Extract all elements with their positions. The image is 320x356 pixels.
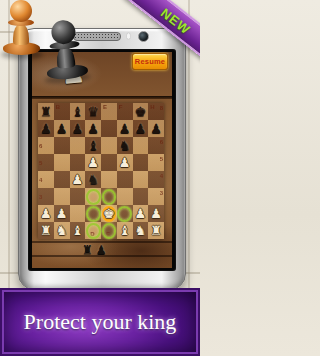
square-h4[interactable]: 4 — [148, 171, 164, 188]
black-rook: ♜ — [38, 103, 54, 120]
square-f7[interactable]: ♟ — [117, 120, 133, 137]
square-g2[interactable]: ♟ — [133, 205, 149, 222]
square-d5[interactable]: ♟ — [85, 154, 101, 171]
square-h7[interactable]: ♟ — [148, 120, 164, 137]
black-bishop: ♝ — [85, 137, 101, 154]
square-e6[interactable] — [101, 137, 117, 154]
square-d3[interactable] — [85, 188, 101, 205]
square-d2[interactable] — [85, 205, 101, 222]
square-h5[interactable]: 5 — [148, 154, 164, 171]
square-d7[interactable]: ♟ — [85, 120, 101, 137]
black-king: ♚ — [133, 103, 149, 120]
square-g1[interactable]: ♞ — [133, 222, 149, 239]
square-a4[interactable]: 4 — [38, 171, 54, 188]
square-b4[interactable] — [54, 171, 70, 188]
square-g6[interactable] — [133, 137, 149, 154]
square-a7[interactable]: ♟ — [38, 120, 54, 137]
black-pawn: ♟ — [54, 120, 70, 137]
square-b1[interactable]: ♞ — [54, 222, 70, 239]
coord-label: E — [106, 231, 110, 237]
black-knight: ♞ — [117, 137, 133, 154]
caption-text: Protect your king — [24, 309, 177, 335]
front-camera — [138, 31, 149, 42]
white-pawn: ♟ — [117, 154, 133, 171]
square-e3[interactable] — [101, 188, 117, 205]
square-e4[interactable] — [101, 171, 117, 188]
coord-label: H — [150, 104, 154, 110]
pawn-head — [10, 0, 32, 22]
coord-label: D — [90, 231, 94, 237]
white-pawn: ♟ — [38, 205, 54, 222]
captured-tray: ♜♟ — [82, 242, 107, 258]
square-a6[interactable]: 6 — [38, 137, 54, 154]
coord-label: 5 — [160, 156, 163, 162]
coord-label: 4 — [39, 177, 42, 183]
pawn-body — [13, 24, 29, 45]
square-g3[interactable] — [133, 188, 149, 205]
square-f3[interactable] — [117, 188, 133, 205]
square-e5[interactable] — [101, 154, 117, 171]
white-king: ♚ — [101, 205, 117, 222]
square-f6[interactable]: ♞ — [117, 137, 133, 154]
coord-label: 6 — [39, 143, 42, 149]
caption-banner: Protect your king — [0, 288, 200, 356]
white-rook: ♜ — [148, 222, 164, 239]
square-c6[interactable] — [70, 137, 86, 154]
black-knight: ♞ — [85, 171, 101, 188]
white-knight: ♞ — [54, 222, 70, 239]
black-bishop: ♝ — [70, 103, 86, 120]
square-g8[interactable]: ♚ — [133, 103, 149, 120]
white-pawn: ♟ — [133, 205, 149, 222]
square-g5[interactable] — [133, 154, 149, 171]
chess-board: ♜B♝♛EF♚H8♟♟♟♟♟♟♟6♝♞65♟♟54♟♞433♟♟♚♟♟♜♞♝DE… — [38, 103, 164, 239]
square-h6[interactable]: 6 — [148, 137, 164, 154]
square-a3[interactable]: 3 — [38, 188, 54, 205]
square-b8[interactable]: B — [54, 103, 70, 120]
square-c8[interactable]: ♝ — [70, 103, 86, 120]
square-b6[interactable] — [54, 137, 70, 154]
square-e7[interactable] — [101, 120, 117, 137]
black-pawn: ♟ — [85, 120, 101, 137]
square-c3[interactable] — [70, 188, 86, 205]
app-screen: ♟ Resume ♜B♝♛EF♚H8♟♟♟♟♟♟♟6♝♞65♟♟54♟♞433♟… — [32, 52, 172, 268]
square-g7[interactable]: ♟ — [133, 120, 149, 137]
white-bishop: ♝ — [70, 222, 86, 239]
coord-label: E — [103, 104, 107, 110]
square-f4[interactable] — [117, 171, 133, 188]
square-h1[interactable]: ♜ — [148, 222, 164, 239]
coord-label: B — [56, 104, 60, 110]
black-pawn: ♟ — [148, 120, 164, 137]
square-d1[interactable]: D — [85, 222, 101, 239]
white-bishop: ♝ — [117, 222, 133, 239]
captured-black-pawn: ♟ — [96, 242, 107, 258]
square-b2[interactable]: ♟ — [54, 205, 70, 222]
white-pawn: ♟ — [54, 205, 70, 222]
coord-label: 5 — [39, 160, 42, 166]
square-a1[interactable]: ♜ — [38, 222, 54, 239]
captured-black-rook: ♜ — [82, 242, 93, 258]
notification-led — [127, 33, 130, 39]
coord-label: 6 — [160, 139, 163, 145]
square-e1[interactable]: E — [101, 222, 117, 239]
square-a8[interactable]: ♜ — [38, 103, 54, 120]
decor-pawn-orange — [1, 0, 43, 58]
square-e8[interactable]: E — [101, 103, 117, 120]
black-pawn: ♟ — [133, 120, 149, 137]
black-pawn: ♟ — [117, 120, 133, 137]
coord-label: 3 — [39, 194, 42, 200]
wood-divider — [32, 96, 172, 99]
square-b7[interactable]: ♟ — [54, 120, 70, 137]
square-c5[interactable] — [70, 154, 86, 171]
square-f2[interactable] — [117, 205, 133, 222]
square-f1[interactable]: ♝ — [117, 222, 133, 239]
white-knight: ♞ — [133, 222, 149, 239]
square-a5[interactable]: 5 — [38, 154, 54, 171]
square-g4[interactable] — [133, 171, 149, 188]
black-queen: ♛ — [85, 103, 101, 120]
square-d4[interactable]: ♞ — [85, 171, 101, 188]
black-pawn: ♟ — [70, 120, 86, 137]
white-rook: ♜ — [38, 222, 54, 239]
square-d8[interactable]: ♛ — [85, 103, 101, 120]
square-c1[interactable]: ♝ — [70, 222, 86, 239]
white-pawn: ♟ — [70, 171, 86, 188]
pawn-body — [56, 46, 76, 68]
square-c4[interactable]: ♟ — [70, 171, 86, 188]
black-pawn: ♟ — [38, 120, 54, 137]
square-d6[interactable]: ♝ — [85, 137, 101, 154]
square-c2[interactable] — [70, 205, 86, 222]
coord-label: 4 — [160, 173, 163, 179]
square-f8[interactable]: F — [117, 103, 133, 120]
coord-label: F — [119, 104, 123, 110]
square-a2[interactable]: ♟ — [38, 205, 54, 222]
coord-label: 8 — [160, 105, 163, 111]
coord-label: 3 — [160, 190, 163, 196]
decor-pawn-black — [39, 18, 92, 82]
white-pawn: ♟ — [148, 205, 164, 222]
square-c7[interactable]: ♟ — [70, 120, 86, 137]
square-h2[interactable]: ♟ — [148, 205, 164, 222]
square-b5[interactable] — [54, 154, 70, 171]
square-h8[interactable]: H8 — [148, 103, 164, 120]
white-pawn: ♟ — [85, 154, 101, 171]
resume-button[interactable]: Resume — [132, 53, 168, 70]
square-e2[interactable]: ♚ — [101, 205, 117, 222]
square-h3[interactable]: 3 — [148, 188, 164, 205]
square-f5[interactable]: ♟ — [117, 154, 133, 171]
square-b3[interactable] — [54, 188, 70, 205]
